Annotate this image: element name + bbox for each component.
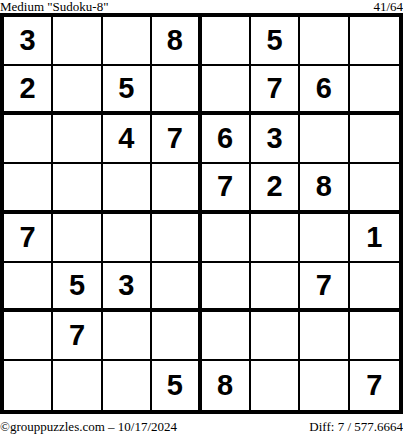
cell-r1c1[interactable]: 3 (4, 17, 53, 66)
given-digit: 3 (118, 271, 134, 300)
cell-r1c3[interactable] (103, 17, 152, 66)
cell-r3c8[interactable] (350, 115, 399, 164)
cell-r5c6[interactable] (251, 214, 300, 263)
given-digit: 6 (217, 124, 233, 153)
given-digit: 6 (316, 74, 332, 103)
cell-r7c3[interactable] (103, 312, 152, 361)
cell-r2c4[interactable] (152, 66, 201, 115)
given-digit: 7 (217, 172, 233, 201)
cell-r6c6[interactable] (251, 263, 300, 312)
given-digit: 7 (167, 124, 183, 153)
cell-r6c5[interactable] (202, 263, 251, 312)
cell-r2c1[interactable]: 2 (4, 66, 53, 115)
cell-r8c2[interactable] (53, 361, 102, 410)
cell-r2c2[interactable] (53, 66, 102, 115)
cell-r3c4[interactable]: 7 (152, 115, 201, 164)
cell-r5c4[interactable] (152, 214, 201, 263)
cell-r3c1[interactable] (4, 115, 53, 164)
copyright-text: ©grouppuzzles.com – 10/17/2024 (0, 420, 177, 434)
cell-r3c6[interactable]: 3 (251, 115, 300, 164)
cell-r7c7[interactable] (300, 312, 349, 361)
cell-r1c7[interactable] (300, 17, 349, 66)
cell-r2c7[interactable]: 6 (300, 66, 349, 115)
cell-r6c1[interactable] (4, 263, 53, 312)
given-digit: 3 (266, 124, 282, 153)
cell-r6c3[interactable]: 3 (103, 263, 152, 312)
given-digit: 2 (266, 172, 282, 201)
difficulty-text: Diff: 7 / 577.6664 (309, 420, 403, 434)
cell-r4c6[interactable]: 2 (251, 164, 300, 213)
cell-r3c3[interactable]: 4 (103, 115, 152, 164)
given-digit: 4 (118, 124, 134, 153)
given-digit: 7 (20, 223, 36, 252)
cell-r3c2[interactable] (53, 115, 102, 164)
cell-r8c1[interactable] (4, 361, 53, 410)
cell-r7c8[interactable] (350, 312, 399, 361)
header-bar: Medium "Sudoku-8" 41/64 (0, 0, 403, 13)
cell-r1c6[interactable]: 5 (251, 17, 300, 66)
cell-r2c3[interactable]: 5 (103, 66, 152, 115)
cell-r4c7[interactable]: 8 (300, 164, 349, 213)
cell-r6c4[interactable] (152, 263, 201, 312)
cell-r7c2[interactable]: 7 (53, 312, 102, 361)
cell-r1c4[interactable]: 8 (152, 17, 201, 66)
cell-r4c2[interactable] (53, 164, 102, 213)
cell-r1c5[interactable] (202, 17, 251, 66)
cell-r4c1[interactable] (4, 164, 53, 213)
footer-bar: ©grouppuzzles.com – 10/17/2024 Diff: 7 /… (0, 414, 403, 437)
cell-r5c7[interactable] (300, 214, 349, 263)
cell-r5c3[interactable] (103, 214, 152, 263)
given-digit: 7 (366, 371, 382, 400)
cell-r5c8[interactable]: 1 (350, 214, 399, 263)
cell-r6c7[interactable]: 7 (300, 263, 349, 312)
cell-r8c7[interactable] (300, 361, 349, 410)
given-digit: 5 (69, 271, 85, 300)
empty-cell-counter: 41/64 (373, 0, 403, 13)
given-digit: 8 (217, 371, 233, 400)
given-digit: 7 (69, 321, 85, 350)
cell-r8c5[interactable]: 8 (202, 361, 251, 410)
given-digit: 3 (20, 26, 36, 55)
given-digit: 1 (366, 223, 382, 252)
given-digit: 5 (266, 26, 282, 55)
cell-r2c6[interactable]: 7 (251, 66, 300, 115)
cell-r4c3[interactable] (103, 164, 152, 213)
given-digit: 8 (167, 26, 183, 55)
given-digit: 7 (266, 74, 282, 103)
cell-r8c8[interactable]: 7 (350, 361, 399, 410)
given-digit: 8 (316, 172, 332, 201)
cell-r5c5[interactable] (202, 214, 251, 263)
cell-r5c1[interactable]: 7 (4, 214, 53, 263)
cell-r8c3[interactable] (103, 361, 152, 410)
cell-r7c6[interactable] (251, 312, 300, 361)
cell-r4c8[interactable] (350, 164, 399, 213)
cell-r7c4[interactable] (152, 312, 201, 361)
cell-r4c4[interactable] (152, 164, 201, 213)
cell-r2c8[interactable] (350, 66, 399, 115)
cell-r7c5[interactable] (202, 312, 251, 361)
given-digit: 2 (20, 74, 36, 103)
cell-r3c7[interactable] (300, 115, 349, 164)
cell-r6c8[interactable] (350, 263, 399, 312)
cell-r1c2[interactable] (53, 17, 102, 66)
cell-r7c1[interactable] (4, 312, 53, 361)
cell-r2c5[interactable] (202, 66, 251, 115)
cell-r5c2[interactable] (53, 214, 102, 263)
cell-r3c5[interactable]: 6 (202, 115, 251, 164)
sudoku-board: 38525764763728715377587 (0, 13, 403, 414)
cell-r8c6[interactable] (251, 361, 300, 410)
given-digit: 5 (167, 371, 183, 400)
cell-r1c8[interactable] (350, 17, 399, 66)
puzzle-title: Medium "Sudoku-8" (0, 0, 108, 13)
cell-r8c4[interactable]: 5 (152, 361, 201, 410)
sudoku-page: Medium "Sudoku-8" 41/64 3852576476372871… (0, 0, 403, 437)
given-digit: 5 (118, 74, 134, 103)
cell-r4c5[interactable]: 7 (202, 164, 251, 213)
cell-r6c2[interactable]: 5 (53, 263, 102, 312)
given-digit: 7 (316, 271, 332, 300)
